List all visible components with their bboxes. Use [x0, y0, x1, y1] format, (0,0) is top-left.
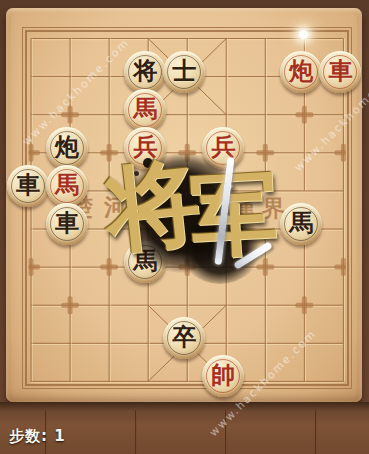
piece-character: 兵: [211, 135, 235, 159]
piece-character: 士: [172, 59, 196, 83]
wood-plank-line: [315, 410, 317, 454]
piece-character: 車: [16, 173, 40, 197]
xiangqi-game-screen: 楚河 漢界 将士炮車馬炮兵兵車馬車馬馬卒帥 将 军 www.hackhome.c…: [0, 0, 369, 454]
piece-character: 車: [55, 211, 79, 235]
piece-black-advisor[interactable]: 士: [163, 51, 205, 93]
piece-character: 炮: [289, 59, 313, 83]
piece-character: 炮: [55, 135, 79, 159]
piece-character: 車: [328, 59, 352, 83]
wood-plank-line: [135, 410, 137, 454]
piece-character: 馬: [133, 249, 157, 273]
piece-red-horse[interactable]: 馬: [124, 89, 166, 131]
piece-character: 卒: [172, 325, 196, 349]
piece-character: 帥: [211, 363, 235, 387]
last-move-origin-marker: [299, 30, 308, 39]
piece-red-horse[interactable]: 馬: [46, 165, 88, 207]
piece-character: 将: [133, 59, 157, 83]
piece-character: 馬: [289, 211, 313, 235]
piece-black-cannon[interactable]: 炮: [46, 127, 88, 169]
piece-red-pawn[interactable]: 兵: [202, 127, 244, 169]
wood-plank-line: [225, 410, 227, 454]
piece-red-chariot[interactable]: 車: [319, 51, 361, 93]
piece-black-chariot[interactable]: 車: [7, 165, 49, 207]
piece-character: 馬: [55, 173, 79, 197]
piece-black-chariot[interactable]: 車: [46, 203, 88, 245]
piece-red-pawn[interactable]: 兵: [124, 127, 166, 169]
piece-black-general[interactable]: 将: [124, 51, 166, 93]
piece-black-horse[interactable]: 馬: [124, 241, 166, 283]
move-counter: 步数: 1: [9, 427, 66, 446]
piece-character: 兵: [133, 135, 157, 159]
piece-red-cannon[interactable]: 炮: [280, 51, 322, 93]
piece-character: 馬: [133, 97, 157, 121]
